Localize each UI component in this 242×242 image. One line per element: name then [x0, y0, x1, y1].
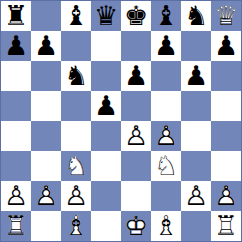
black-knight[interactable]: ♞ — [181, 1, 211, 31]
white-bishop-outline: ♗ — [61, 211, 91, 241]
white-pawn[interactable]: ♟♙ — [211, 181, 241, 211]
square-c8[interactable]: ♝ — [61, 1, 91, 31]
square-e7[interactable] — [121, 31, 151, 61]
white-queen-outline: ♕ — [211, 1, 241, 31]
black-queen[interactable]: ♛ — [91, 1, 121, 31]
square-a4[interactable] — [1, 121, 31, 151]
square-g7[interactable] — [181, 31, 211, 61]
white-knight[interactable]: ♞♘ — [151, 151, 181, 181]
square-a3[interactable] — [1, 151, 31, 181]
white-bishop[interactable]: ♝♗ — [61, 211, 91, 241]
square-a7[interactable]: ♟ — [1, 31, 31, 61]
black-pawn[interactable]: ♟ — [121, 61, 151, 91]
square-d4[interactable] — [91, 121, 121, 151]
square-e2[interactable] — [121, 181, 151, 211]
square-a6[interactable] — [1, 61, 31, 91]
white-knight-outline: ♘ — [151, 151, 181, 181]
square-c4[interactable] — [61, 121, 91, 151]
black-pawn[interactable]: ♟ — [31, 31, 61, 61]
square-e4[interactable]: ♟♙ — [121, 121, 151, 151]
square-h7[interactable]: ♟ — [211, 31, 241, 61]
white-rook[interactable]: ♜♖ — [1, 211, 31, 241]
square-d1[interactable] — [91, 211, 121, 241]
square-g6[interactable]: ♟ — [181, 61, 211, 91]
square-h3[interactable] — [211, 151, 241, 181]
square-d3[interactable] — [91, 151, 121, 181]
square-h5[interactable] — [211, 91, 241, 121]
white-pawn-outline: ♙ — [31, 181, 61, 211]
square-c6[interactable]: ♞ — [61, 61, 91, 91]
square-f7[interactable]: ♟ — [151, 31, 181, 61]
square-h2[interactable]: ♟♙ — [211, 181, 241, 211]
square-b4[interactable] — [31, 121, 61, 151]
black-bishop[interactable]: ♝ — [61, 1, 91, 31]
white-pawn-outline: ♙ — [121, 121, 151, 151]
square-f4[interactable]: ♟♙ — [151, 121, 181, 151]
square-g8[interactable]: ♞ — [181, 1, 211, 31]
square-e6[interactable]: ♟ — [121, 61, 151, 91]
chess-board: ♜♝♛♚♝♞♛♕♟♟♟♟♞♟♟♟♟♙♟♙♞♘♞♘♟♙♟♙♟♙♟♙♟♙♜♖♝♗♚♔… — [0, 0, 242, 242]
white-queen[interactable]: ♛♕ — [211, 1, 241, 31]
square-f8[interactable]: ♝ — [151, 1, 181, 31]
square-h1[interactable]: ♜♖ — [211, 211, 241, 241]
square-c5[interactable] — [61, 91, 91, 121]
white-pawn-outline: ♙ — [211, 181, 241, 211]
square-g4[interactable] — [181, 121, 211, 151]
white-pawn-outline: ♙ — [1, 181, 31, 211]
black-pawn[interactable]: ♟ — [91, 91, 121, 121]
white-pawn[interactable]: ♟♙ — [121, 121, 151, 151]
square-g1[interactable] — [181, 211, 211, 241]
square-c3[interactable]: ♞♘ — [61, 151, 91, 181]
black-knight[interactable]: ♞ — [61, 61, 91, 91]
square-h6[interactable] — [211, 61, 241, 91]
white-king-outline: ♔ — [121, 211, 151, 241]
white-pawn[interactable]: ♟♙ — [1, 181, 31, 211]
square-b7[interactable]: ♟ — [31, 31, 61, 61]
white-rook-outline: ♖ — [211, 211, 241, 241]
white-pawn[interactable]: ♟♙ — [61, 181, 91, 211]
square-d2[interactable] — [91, 181, 121, 211]
square-f2[interactable] — [151, 181, 181, 211]
square-e8[interactable]: ♚ — [121, 1, 151, 31]
white-pawn-outline: ♙ — [181, 181, 211, 211]
black-pawn[interactable]: ♟ — [211, 31, 241, 61]
white-pawn[interactable]: ♟♙ — [31, 181, 61, 211]
white-rook[interactable]: ♜♖ — [211, 211, 241, 241]
black-king[interactable]: ♚ — [121, 1, 151, 31]
black-rook[interactable]: ♜ — [1, 1, 31, 31]
white-knight[interactable]: ♞♘ — [61, 151, 91, 181]
square-c1[interactable]: ♝♗ — [61, 211, 91, 241]
square-f3[interactable]: ♞♘ — [151, 151, 181, 181]
black-pawn[interactable]: ♟ — [151, 31, 181, 61]
square-h4[interactable] — [211, 121, 241, 151]
black-pawn[interactable]: ♟ — [181, 61, 211, 91]
white-pawn-outline: ♙ — [151, 121, 181, 151]
white-rook-outline: ♖ — [1, 211, 31, 241]
square-f1[interactable]: ♝♗ — [151, 211, 181, 241]
square-b5[interactable] — [31, 91, 61, 121]
white-bishop-outline: ♗ — [151, 211, 181, 241]
white-bishop[interactable]: ♝♗ — [151, 211, 181, 241]
square-e3[interactable] — [121, 151, 151, 181]
black-pawn[interactable]: ♟ — [1, 31, 31, 61]
white-pawn[interactable]: ♟♙ — [181, 181, 211, 211]
square-e5[interactable] — [121, 91, 151, 121]
square-f6[interactable] — [151, 61, 181, 91]
white-pawn-outline: ♙ — [61, 181, 91, 211]
square-a8[interactable]: ♜ — [1, 1, 31, 31]
square-h8[interactable]: ♛♕ — [211, 1, 241, 31]
square-b8[interactable] — [31, 1, 61, 31]
square-f5[interactable] — [151, 91, 181, 121]
square-a5[interactable] — [1, 91, 31, 121]
white-knight-outline: ♘ — [61, 151, 91, 181]
square-g5[interactable] — [181, 91, 211, 121]
square-g2[interactable]: ♟♙ — [181, 181, 211, 211]
square-d6[interactable] — [91, 61, 121, 91]
square-c2[interactable]: ♟♙ — [61, 181, 91, 211]
square-b2[interactable]: ♟♙ — [31, 181, 61, 211]
square-a2[interactable]: ♟♙ — [1, 181, 31, 211]
black-bishop[interactable]: ♝ — [151, 1, 181, 31]
square-b1[interactable] — [31, 211, 61, 241]
square-g3[interactable] — [181, 151, 211, 181]
square-b6[interactable] — [31, 61, 61, 91]
square-a1[interactable]: ♜♖ — [1, 211, 31, 241]
white-king[interactable]: ♚♔ — [121, 211, 151, 241]
square-e1[interactable]: ♚♔ — [121, 211, 151, 241]
square-d7[interactable] — [91, 31, 121, 61]
square-d8[interactable]: ♛ — [91, 1, 121, 31]
square-c7[interactable] — [61, 31, 91, 61]
square-d5[interactable]: ♟ — [91, 91, 121, 121]
square-b3[interactable] — [31, 151, 61, 181]
white-pawn[interactable]: ♟♙ — [151, 121, 181, 151]
